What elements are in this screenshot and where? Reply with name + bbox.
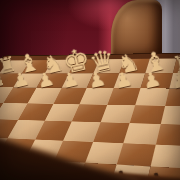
square-4-7 bbox=[155, 124, 180, 146]
square-1-6: ♟ bbox=[141, 73, 173, 89]
square-4-6 bbox=[123, 123, 160, 144]
white-pawn: ♟ bbox=[35, 69, 56, 91]
square-3-7 bbox=[160, 106, 180, 125]
square-3-6 bbox=[130, 105, 165, 124]
chess-photo-scene: ♜♝♞♚♛♞♝♜♟♟♟♟♟♟♟♟♟♟♟♟♟♟♟♟♜♝♞♚♛♞♝♜ bbox=[0, 0, 180, 180]
white-pawn: ♟ bbox=[86, 69, 108, 92]
white-pawn: ♟ bbox=[140, 69, 162, 93]
square-1-7: ♟ bbox=[169, 73, 180, 89]
square-5-6 bbox=[117, 143, 156, 167]
